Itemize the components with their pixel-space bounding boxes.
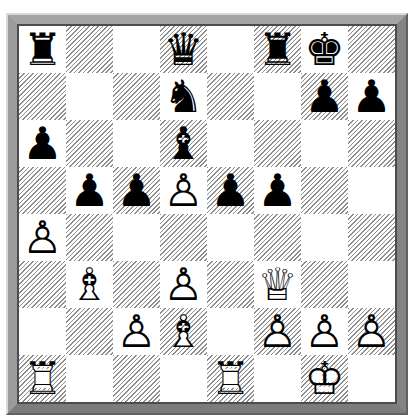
square-e7[interactable]	[207, 73, 254, 120]
square-h3[interactable]	[348, 261, 395, 308]
piece-outline-layer: ♙	[116, 305, 156, 358]
white-bishop-piece[interactable]: ♝♗	[163, 308, 203, 355]
piece-outline-layer: ♖	[22, 352, 62, 405]
square-g7[interactable]: ♟	[301, 73, 348, 120]
white-pawn-piece[interactable]: ♟♙	[22, 214, 62, 261]
white-pawn-piece[interactable]: ♟♙	[163, 261, 203, 308]
square-b4[interactable]	[66, 214, 113, 261]
square-g8[interactable]: ♚	[301, 26, 348, 73]
white-pawn-piece[interactable]: ♟♙	[304, 308, 344, 355]
piece-outline-layer: ♙	[163, 258, 203, 311]
square-c5[interactable]: ♟	[113, 167, 160, 214]
square-f4[interactable]	[254, 214, 301, 261]
square-f5[interactable]: ♟	[254, 167, 301, 214]
piece-outline-layer: ♗	[163, 305, 203, 358]
square-d1[interactable]	[160, 355, 207, 402]
square-a2[interactable]	[19, 308, 66, 355]
square-d2[interactable]: ♝♗	[160, 308, 207, 355]
square-c8[interactable]	[113, 26, 160, 73]
board-frame: ♜♛♜♚♞♟♟♟♝♟♟♟♙♟♟♟♙♝♗♟♙♛♕♟♙♝♗♟♙♟♙♟♙♜♖♜♖♚♔	[8, 15, 406, 413]
piece-outline-layer: ♔	[304, 352, 344, 405]
square-g4[interactable]	[301, 214, 348, 261]
square-b8[interactable]	[66, 26, 113, 73]
square-f2[interactable]: ♟♙	[254, 308, 301, 355]
piece-outline-layer: ♖	[210, 352, 250, 405]
black-knight-piece[interactable]: ♞	[163, 73, 203, 120]
square-d8[interactable]: ♛	[160, 26, 207, 73]
black-bishop-piece[interactable]: ♝	[163, 120, 203, 167]
square-b1[interactable]	[66, 355, 113, 402]
white-rook-piece[interactable]: ♜♖	[210, 355, 250, 402]
square-d3[interactable]: ♟♙	[160, 261, 207, 308]
square-c2[interactable]: ♟♙	[113, 308, 160, 355]
square-c4[interactable]	[113, 214, 160, 261]
black-pawn-piece[interactable]: ♟	[257, 167, 297, 214]
black-pawn-piece[interactable]: ♟	[210, 167, 250, 214]
white-king-piece[interactable]: ♚♔	[304, 355, 344, 402]
white-pawn-piece[interactable]: ♟♙	[116, 308, 156, 355]
black-rook-piece[interactable]: ♜	[22, 26, 62, 73]
black-king-piece[interactable]: ♚	[304, 26, 344, 73]
piece-outline-layer: ♙	[257, 305, 297, 358]
chess-diagram: ♜♛♜♚♞♟♟♟♝♟♟♟♙♟♟♟♙♝♗♟♙♛♕♟♙♝♗♟♙♟♙♟♙♜♖♜♖♚♔	[0, 0, 414, 420]
square-a3[interactable]	[19, 261, 66, 308]
square-e4[interactable]	[207, 214, 254, 261]
black-pawn-piece[interactable]: ♟	[22, 120, 62, 167]
square-a7[interactable]	[19, 73, 66, 120]
square-d4[interactable]	[160, 214, 207, 261]
square-d7[interactable]: ♞	[160, 73, 207, 120]
white-pawn-piece[interactable]: ♟♙	[257, 308, 297, 355]
square-g2[interactable]: ♟♙	[301, 308, 348, 355]
square-a1[interactable]: ♜♖	[19, 355, 66, 402]
square-b7[interactable]	[66, 73, 113, 120]
piece-outline-layer: ♙	[163, 164, 203, 217]
square-c3[interactable]	[113, 261, 160, 308]
square-f7[interactable]	[254, 73, 301, 120]
square-e6[interactable]	[207, 120, 254, 167]
piece-outline-layer: ♗	[69, 258, 109, 311]
square-b5[interactable]: ♟	[66, 167, 113, 214]
black-pawn-piece[interactable]: ♟	[69, 167, 109, 214]
black-pawn-piece[interactable]: ♟	[304, 73, 344, 120]
square-a5[interactable]	[19, 167, 66, 214]
piece-outline-layer: ♙	[351, 305, 391, 358]
square-g6[interactable]	[301, 120, 348, 167]
white-pawn-piece[interactable]: ♟♙	[351, 308, 391, 355]
square-c1[interactable]	[113, 355, 160, 402]
chess-board: ♜♛♜♚♞♟♟♟♝♟♟♟♙♟♟♟♙♝♗♟♙♛♕♟♙♝♗♟♙♟♙♟♙♜♖♜♖♚♔	[19, 26, 395, 402]
square-e2[interactable]	[207, 308, 254, 355]
square-g5[interactable]	[301, 167, 348, 214]
square-h7[interactable]: ♟	[348, 73, 395, 120]
square-e1[interactable]: ♜♖	[207, 355, 254, 402]
square-f8[interactable]: ♜	[254, 26, 301, 73]
square-e5[interactable]: ♟	[207, 167, 254, 214]
square-f1[interactable]	[254, 355, 301, 402]
black-pawn-piece[interactable]: ♟	[116, 167, 156, 214]
square-f6[interactable]	[254, 120, 301, 167]
piece-outline-layer: ♕	[257, 258, 297, 311]
square-b6[interactable]	[66, 120, 113, 167]
black-queen-piece[interactable]: ♛	[163, 26, 203, 73]
square-c7[interactable]	[113, 73, 160, 120]
square-b3[interactable]: ♝♗	[66, 261, 113, 308]
square-h8[interactable]	[348, 26, 395, 73]
piece-outline-layer: ♙	[304, 305, 344, 358]
white-bishop-piece[interactable]: ♝♗	[69, 261, 109, 308]
square-h5[interactable]	[348, 167, 395, 214]
square-a8[interactable]: ♜	[19, 26, 66, 73]
square-h2[interactable]: ♟♙	[348, 308, 395, 355]
square-h1[interactable]	[348, 355, 395, 402]
square-d5[interactable]: ♟♙	[160, 167, 207, 214]
black-rook-piece[interactable]: ♜	[257, 26, 297, 73]
square-d6[interactable]: ♝	[160, 120, 207, 167]
square-h6[interactable]	[348, 120, 395, 167]
white-rook-piece[interactable]: ♜♖	[22, 355, 62, 402]
black-pawn-piece[interactable]: ♟	[351, 73, 391, 120]
white-queen-piece[interactable]: ♛♕	[257, 261, 297, 308]
square-b2[interactable]	[66, 308, 113, 355]
white-pawn-piece[interactable]: ♟♙	[163, 167, 203, 214]
piece-outline-layer: ♙	[22, 211, 62, 264]
square-e3[interactable]	[207, 261, 254, 308]
square-h4[interactable]	[348, 214, 395, 261]
square-a6[interactable]: ♟	[19, 120, 66, 167]
square-e8[interactable]	[207, 26, 254, 73]
board-frame-inner-line: ♜♛♜♚♞♟♟♟♝♟♟♟♙♟♟♟♙♝♗♟♙♛♕♟♙♝♗♟♙♟♙♟♙♜♖♜♖♚♔	[17, 24, 397, 404]
square-g1[interactable]: ♚♔	[301, 355, 348, 402]
square-a4[interactable]: ♟♙	[19, 214, 66, 261]
square-g3[interactable]	[301, 261, 348, 308]
square-c6[interactable]	[113, 120, 160, 167]
board-frame-outer-bevel: ♜♛♜♚♞♟♟♟♝♟♟♟♙♟♟♟♙♝♗♟♙♛♕♟♙♝♗♟♙♟♙♟♙♜♖♜♖♚♔	[6, 13, 408, 415]
square-f3[interactable]: ♛♕	[254, 261, 301, 308]
